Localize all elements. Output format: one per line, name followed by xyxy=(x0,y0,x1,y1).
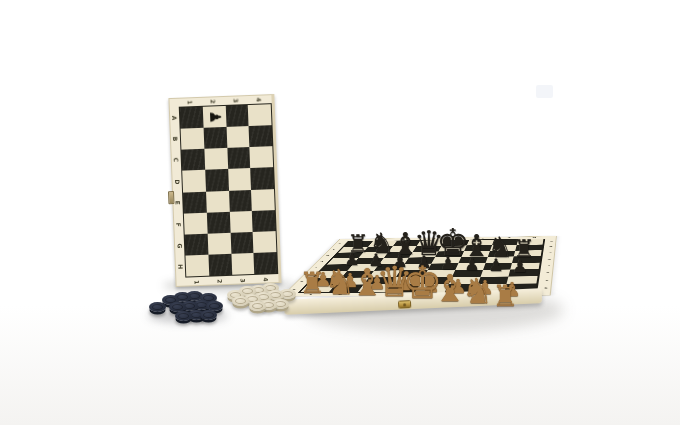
checker-dark-10[interactable] xyxy=(175,311,192,321)
checker-dark-1[interactable] xyxy=(149,302,166,312)
checker-light-10[interactable] xyxy=(249,301,266,311)
scene: AA88BB77CC66DD55EE44FF33GG22HH11 ♟ 12341… xyxy=(0,0,680,425)
checkers-layer xyxy=(0,0,680,425)
checker-light-5[interactable] xyxy=(232,296,249,306)
checker-dark-12[interactable] xyxy=(200,310,217,320)
